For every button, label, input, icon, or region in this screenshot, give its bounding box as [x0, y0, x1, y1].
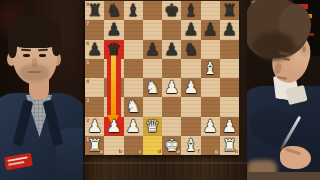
- rank-label-3: 3: [86, 98, 89, 103]
- square-a3: 3: [85, 97, 104, 116]
- square-wood-texture: [162, 1, 181, 20]
- square-wood-texture: [104, 20, 123, 39]
- square-a1: 1a♜: [85, 136, 104, 155]
- square-wood-texture: [220, 1, 239, 20]
- badge-text-line: [8, 161, 24, 166]
- square-wood-texture: [201, 1, 220, 20]
- square-g4: [201, 78, 220, 97]
- left-player-eye: [23, 54, 30, 57]
- file-label-c: c: [139, 149, 142, 154]
- square-wood-texture: [181, 97, 200, 116]
- wood-plank-line: [83, 162, 247, 164]
- square-e4: ♟: [162, 78, 181, 97]
- square-wood-texture: [124, 1, 143, 20]
- square-h4: [220, 78, 239, 97]
- square-wood-texture: [181, 59, 200, 78]
- rank-label-2: 2: [86, 118, 89, 123]
- square-g1: g: [201, 136, 220, 155]
- square-c5: [124, 59, 143, 78]
- square-b8: ♞: [104, 1, 123, 20]
- square-c1: c: [124, 136, 143, 155]
- square-f1: f♝: [181, 136, 200, 155]
- square-wood-texture: [220, 97, 239, 116]
- left-player-mouth: [28, 71, 41, 73]
- rank-label-5: 5: [86, 60, 89, 65]
- square-d1: d: [143, 136, 162, 155]
- square-wood-texture: [143, 20, 162, 39]
- square-e3: [162, 97, 181, 116]
- square-h8: ♜: [220, 1, 239, 20]
- square-c2: ♟: [124, 117, 143, 136]
- square-wood-texture: [124, 59, 143, 78]
- square-a8: 8♜: [85, 1, 104, 20]
- square-c8: ♝: [124, 1, 143, 20]
- square-d7: [143, 20, 162, 39]
- square-wood-texture: [201, 117, 220, 136]
- square-wood-texture: [220, 40, 239, 59]
- square-wood-texture: [181, 1, 200, 20]
- square-h1: h♜: [220, 136, 239, 155]
- square-wood-texture: [220, 59, 239, 78]
- left-player-photo: [0, 0, 83, 180]
- left-player-hair: [8, 32, 17, 58]
- square-d4: ♞: [143, 78, 162, 97]
- rank-label-7: 7: [86, 21, 89, 26]
- square-e8: ♚: [162, 1, 181, 20]
- square-wood-texture: [104, 1, 123, 20]
- square-b1: b: [104, 136, 123, 155]
- square-wood-texture: [124, 97, 143, 116]
- file-label-f: f: [197, 149, 199, 154]
- square-wood-texture: [124, 20, 143, 39]
- square-wood-texture: [162, 97, 181, 116]
- square-wood-texture: [162, 40, 181, 59]
- square-wood-texture: [220, 20, 239, 39]
- square-wood-texture: [220, 78, 239, 97]
- square-wood-texture: [181, 78, 200, 97]
- square-f8: ♝: [181, 1, 200, 20]
- square-f3: [181, 97, 200, 116]
- left-player-eye: [39, 54, 46, 57]
- square-wood-texture: [124, 40, 143, 59]
- square-f5: [181, 59, 200, 78]
- square-e1: e♚: [162, 136, 181, 155]
- square-g3: [201, 97, 220, 116]
- square-e2: [162, 117, 181, 136]
- square-g2: ♟: [201, 117, 220, 136]
- square-h6: [220, 40, 239, 59]
- square-wood-texture: [201, 20, 220, 39]
- square-g5: ♝: [201, 59, 220, 78]
- square-wood-texture: [201, 78, 220, 97]
- chess-board: 8♜♞♝♚♝♜7♟♟♟♟6♟♛♟♟♞5♝4♞♟♟3♞2♟♟♟♛♟♟1a♜bcde…: [85, 1, 239, 155]
- square-a5: 5: [85, 59, 104, 78]
- square-h5: [220, 59, 239, 78]
- square-f4: ♟: [181, 78, 200, 97]
- square-c7: [124, 20, 143, 39]
- square-wood-texture: [201, 59, 220, 78]
- right-player-ear-inner: [302, 46, 306, 52]
- file-label-g: g: [215, 149, 218, 154]
- square-g8: [201, 1, 220, 20]
- square-d2: ♛: [143, 117, 162, 136]
- square-a6: 6♟: [85, 40, 104, 59]
- square-c6: [124, 40, 143, 59]
- square-wood-texture: [181, 40, 200, 59]
- square-d8: [143, 1, 162, 20]
- file-label-e: e: [177, 149, 180, 154]
- square-wood-texture: [143, 1, 162, 20]
- square-g7: ♟: [201, 20, 220, 39]
- square-h2: ♟: [220, 117, 239, 136]
- rank-label-6: 6: [86, 41, 89, 46]
- square-wood-texture: [143, 40, 162, 59]
- file-label-d: d: [158, 149, 161, 154]
- rank-label-1: 1: [86, 137, 89, 142]
- square-wood-texture: [124, 117, 143, 136]
- square-d3: [143, 97, 162, 116]
- right-player-hair-shadow: [253, 32, 295, 60]
- square-g6: [201, 40, 220, 59]
- square-h7: ♟: [220, 20, 239, 39]
- square-wood-texture: [162, 20, 181, 39]
- square-f6: ♞: [181, 40, 200, 59]
- square-e7: [162, 20, 181, 39]
- move-arrow-head: [107, 115, 119, 126]
- square-wood-texture: [201, 40, 220, 59]
- rank-label-4: 4: [86, 79, 89, 84]
- square-wood-texture: [124, 78, 143, 97]
- left-player-hair: [52, 32, 61, 56]
- square-a4: 4: [85, 78, 104, 97]
- square-wood-texture: [162, 117, 181, 136]
- square-c3: ♞: [124, 97, 143, 116]
- square-e6: ♟: [162, 40, 181, 59]
- file-label-b: b: [119, 149, 122, 154]
- square-wood-texture: [143, 117, 162, 136]
- square-wood-texture: [220, 117, 239, 136]
- table-edge: [247, 172, 320, 180]
- move-arrow-shaft-yellow: [111, 51, 116, 115]
- video-thumbnail[interactable]: 8♜♞♝♚♝♜7♟♟♟♟6♟♛♟♟♞5♝4♞♟♟3♞2♟♟♟♛♟♟1a♜bcde…: [0, 0, 320, 180]
- square-b7: ♟: [104, 20, 123, 39]
- rank-label-8: 8: [86, 2, 89, 7]
- square-wood-texture: [181, 20, 200, 39]
- square-wood-texture: [181, 117, 200, 136]
- square-f2: [181, 117, 200, 136]
- file-label-a: a: [100, 149, 103, 154]
- square-wood-texture: [162, 78, 181, 97]
- square-wood-texture: [143, 97, 162, 116]
- file-label-h: h: [235, 149, 238, 154]
- square-h3: [220, 97, 239, 116]
- square-d6: ♟: [143, 40, 162, 59]
- square-c4: [124, 78, 143, 97]
- square-e5: [162, 59, 181, 78]
- square-wood-texture: [143, 78, 162, 97]
- square-wood-texture: [162, 59, 181, 78]
- square-a2: 2♟: [85, 117, 104, 136]
- square-d5: [143, 59, 162, 78]
- square-wood-texture: [201, 97, 220, 116]
- right-player-photo: [247, 0, 320, 180]
- square-f7: ♟: [181, 20, 200, 39]
- square-a7: 7: [85, 20, 104, 39]
- square-wood-texture: [143, 59, 162, 78]
